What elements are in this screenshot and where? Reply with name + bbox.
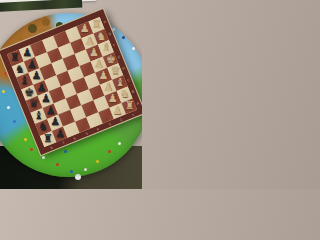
coordinate-label: 1 xyxy=(129,112,137,118)
coordinate-label: C xyxy=(125,76,131,84)
coordinate-label: A xyxy=(135,99,141,107)
puzzle-box-label xyxy=(0,0,82,12)
coordinate-label: 3 xyxy=(105,121,113,127)
coordinate-label: F xyxy=(111,41,117,49)
coordinate-label: D xyxy=(121,64,127,72)
coordinate-label: 2 xyxy=(117,117,125,123)
coordinate-label: E xyxy=(116,53,122,61)
photo-scene: { "game": "chess", "position": { "fen": … xyxy=(0,0,142,189)
coordinate-label: G xyxy=(107,29,113,37)
coordinate-label: 6 xyxy=(71,135,79,141)
coordinate-label: 4 xyxy=(94,126,102,132)
coordinate-label: H xyxy=(102,18,108,26)
coordinate-label: 7 xyxy=(59,140,67,146)
coordinate-label: 5 xyxy=(82,131,90,137)
coordinate-label: B xyxy=(130,87,136,95)
coordinate-label: 8 xyxy=(47,145,55,151)
